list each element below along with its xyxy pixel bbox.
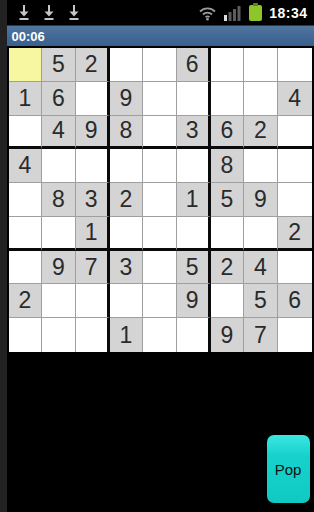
cell-r4c3[interactable] [76,149,110,183]
cell-r5c1[interactable] [9,183,43,217]
status-clock: 18:34 [269,5,307,21]
cell-r6c5[interactable] [143,217,177,251]
cell-r6c3[interactable]: 1 [76,217,110,251]
signal-icon [224,5,242,21]
cell-r4c2[interactable] [42,149,76,183]
cell-r2c2[interactable]: 6 [42,82,76,116]
cell-r3c1[interactable] [9,116,43,150]
cell-r2c9[interactable]: 4 [278,82,312,116]
cell-r5c4[interactable]: 2 [110,183,144,217]
cell-r9c3[interactable] [76,318,110,352]
cell-r3c7[interactable]: 6 [211,116,245,150]
pop-button[interactable]: Pop [267,435,310,503]
download-icon [42,4,56,21]
cell-r2c1[interactable]: 1 [9,82,43,116]
cell-r4c6[interactable] [177,149,211,183]
cell-r6c8[interactable] [244,217,278,251]
wifi-icon [198,5,217,21]
sudoku-grid: 526169449836248832159129735242956197 [7,46,314,354]
cell-r7c3[interactable]: 7 [76,251,110,285]
cell-r5c7[interactable]: 5 [211,183,245,217]
cell-r7c2[interactable]: 9 [42,251,76,285]
cell-r6c2[interactable] [42,217,76,251]
battery-icon [249,5,262,21]
cell-r8c8[interactable]: 5 [244,284,278,318]
cell-r9c8[interactable]: 7 [244,318,278,352]
cell-r8c3[interactable] [76,284,110,318]
cell-r7c6[interactable]: 5 [177,251,211,285]
cell-r7c8[interactable]: 4 [244,251,278,285]
cell-r9c9[interactable] [278,318,312,352]
cell-r5c9[interactable] [278,183,312,217]
cell-r3c8[interactable]: 2 [244,116,278,150]
cell-r9c4[interactable]: 1 [110,318,144,352]
cell-r2c7[interactable] [211,82,245,116]
cell-r9c2[interactable] [42,318,76,352]
cell-r4c7[interactable]: 8 [211,149,245,183]
cell-r4c9[interactable] [278,149,312,183]
cell-r9c6[interactable] [177,318,211,352]
download-icon [67,4,81,21]
cell-r5c5[interactable] [143,183,177,217]
cell-r7c1[interactable] [9,251,43,285]
cell-r8c4[interactable] [110,284,144,318]
cell-r1c2[interactable]: 5 [42,48,76,82]
cell-r7c5[interactable] [143,251,177,285]
bottom-panel: Pop [7,354,314,512]
cell-r3c5[interactable] [143,116,177,150]
cell-r7c4[interactable]: 3 [110,251,144,285]
cell-r5c3[interactable]: 3 [76,183,110,217]
cell-r6c4[interactable] [110,217,144,251]
cell-r9c7[interactable]: 9 [211,318,245,352]
cell-r6c9[interactable]: 2 [278,217,312,251]
cell-r1c3[interactable]: 2 [76,48,110,82]
cell-r9c5[interactable] [143,318,177,352]
cell-r2c6[interactable] [177,82,211,116]
cell-r3c4[interactable]: 8 [110,116,144,150]
cell-r1c8[interactable] [244,48,278,82]
phone-screen: 18:34 00:06 5261694498362488321591297352… [7,0,314,512]
cell-r8c5[interactable] [143,284,177,318]
cell-r1c4[interactable] [110,48,144,82]
cell-r2c5[interactable] [143,82,177,116]
cell-r1c1[interactable] [9,48,43,82]
download-icon [17,4,31,21]
cell-r1c9[interactable] [278,48,312,82]
cell-r3c3[interactable]: 9 [76,116,110,150]
cell-r9c1[interactable] [9,318,43,352]
cell-r4c4[interactable] [110,149,144,183]
cell-r5c2[interactable]: 8 [42,183,76,217]
timer-bar: 00:06 [7,25,314,46]
cell-r4c1[interactable]: 4 [9,149,43,183]
cell-r2c8[interactable] [244,82,278,116]
game-timer: 00:06 [12,29,45,44]
cell-r7c9[interactable] [278,251,312,285]
cell-r4c8[interactable] [244,149,278,183]
system-status-icons: 18:34 [198,4,309,21]
notification-icons [11,4,81,21]
cell-r4c5[interactable] [143,149,177,183]
cell-r8c1[interactable]: 2 [9,284,43,318]
cell-r8c7[interactable] [211,284,245,318]
cell-r2c4[interactable]: 9 [110,82,144,116]
cell-r1c5[interactable] [143,48,177,82]
cell-r7c7[interactable]: 2 [211,251,245,285]
cell-r2c3[interactable] [76,82,110,116]
cell-r6c6[interactable] [177,217,211,251]
cell-r8c6[interactable]: 9 [177,284,211,318]
cell-r8c9[interactable]: 6 [278,284,312,318]
cell-r8c2[interactable] [42,284,76,318]
cell-r3c2[interactable]: 4 [42,116,76,150]
cell-r3c9[interactable] [278,116,312,150]
cell-r5c8[interactable]: 9 [244,183,278,217]
status-bar: 18:34 [7,0,314,25]
cell-r5c6[interactable]: 1 [177,183,211,217]
cell-r1c7[interactable] [211,48,245,82]
cell-r3c6[interactable]: 3 [177,116,211,150]
cell-r6c7[interactable] [211,217,245,251]
cell-r6c1[interactable] [9,217,43,251]
cell-r1c6[interactable]: 6 [177,48,211,82]
